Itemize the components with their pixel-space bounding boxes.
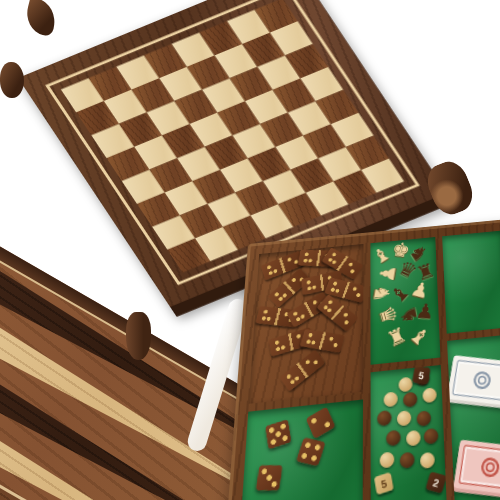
square-h5 bbox=[300, 67, 343, 101]
square-e2 bbox=[263, 170, 306, 204]
square-a2 bbox=[152, 215, 195, 249]
square-b1 bbox=[195, 227, 238, 261]
square-c6 bbox=[147, 101, 190, 135]
checker bbox=[380, 451, 395, 468]
square-c4 bbox=[177, 147, 220, 181]
storage-drawer: ♝♚♞♟♛♜♞♝♟♛♞♟♜♝ 55225 bbox=[222, 219, 500, 500]
square-b6 bbox=[119, 112, 162, 146]
white-deck bbox=[447, 355, 500, 406]
square-d2 bbox=[235, 181, 278, 215]
square-b2 bbox=[180, 204, 223, 238]
square-c8 bbox=[116, 55, 159, 89]
cards-compartment bbox=[447, 334, 500, 500]
number-cube: 2 bbox=[425, 471, 446, 493]
domino bbox=[279, 349, 325, 391]
die bbox=[296, 437, 326, 467]
product-photo: ♝♚♞♟♛♜♞♝♟♛♞♟♜♝ 55225 bbox=[0, 0, 500, 500]
square-b4 bbox=[149, 158, 192, 192]
die bbox=[305, 406, 335, 439]
dominoes-compartment bbox=[249, 244, 364, 404]
square-c2 bbox=[208, 193, 251, 227]
square-h1 bbox=[361, 159, 404, 193]
number-cube: 5 bbox=[412, 366, 431, 384]
chess-piece: ♝ bbox=[406, 323, 434, 351]
checker bbox=[386, 430, 401, 447]
dice-compartment bbox=[238, 400, 363, 500]
square-b5 bbox=[134, 135, 177, 169]
chess-piece: ♟ bbox=[414, 301, 435, 322]
square-f1 bbox=[306, 181, 349, 215]
square-h6 bbox=[285, 44, 328, 78]
square-e3 bbox=[248, 147, 291, 181]
square-e1 bbox=[278, 193, 321, 227]
square-d4 bbox=[205, 135, 248, 169]
square-d7 bbox=[159, 67, 202, 101]
square-a7 bbox=[76, 101, 119, 135]
die bbox=[265, 419, 292, 450]
die bbox=[255, 465, 283, 491]
square-f4 bbox=[260, 113, 303, 147]
square-b7 bbox=[104, 90, 147, 124]
square-e6 bbox=[202, 78, 245, 112]
checker bbox=[403, 392, 417, 408]
chess-piece: ♟ bbox=[408, 278, 432, 301]
square-g2 bbox=[318, 147, 361, 181]
square-b3 bbox=[165, 181, 208, 215]
checker bbox=[406, 430, 421, 447]
square-c3 bbox=[192, 170, 235, 204]
square-a8 bbox=[61, 78, 104, 112]
checker bbox=[422, 387, 437, 403]
square-d3 bbox=[220, 158, 263, 192]
square-f5 bbox=[245, 90, 288, 124]
square-a3 bbox=[137, 193, 180, 227]
square-d5 bbox=[190, 113, 233, 147]
square-a1 bbox=[167, 238, 210, 272]
square-a4 bbox=[122, 170, 165, 204]
square-h4 bbox=[316, 90, 359, 124]
domino bbox=[300, 329, 345, 353]
square-g5 bbox=[273, 78, 316, 112]
checker bbox=[397, 410, 412, 426]
square-e5 bbox=[217, 101, 260, 135]
checker bbox=[400, 452, 415, 469]
square-g1 bbox=[334, 170, 377, 204]
square-g8 bbox=[227, 10, 270, 44]
square-e7 bbox=[187, 55, 230, 89]
square-e4 bbox=[233, 124, 276, 158]
square-h3 bbox=[331, 113, 374, 147]
red-deck bbox=[453, 440, 500, 496]
square-h8 bbox=[255, 0, 298, 33]
square-a6 bbox=[91, 124, 134, 158]
square-h7 bbox=[270, 21, 313, 55]
checkers-compartment: 55225 bbox=[371, 365, 449, 500]
square-c5 bbox=[162, 124, 205, 158]
square-g3 bbox=[303, 124, 346, 158]
square-f6 bbox=[230, 67, 273, 101]
square-f2 bbox=[291, 158, 334, 192]
square-d6 bbox=[174, 90, 217, 124]
corner-post-right bbox=[422, 156, 479, 219]
checker bbox=[417, 410, 432, 426]
square-b8 bbox=[89, 67, 132, 101]
corner-post-left bbox=[0, 62, 24, 98]
chess-squares bbox=[61, 0, 404, 273]
corner-post-top bbox=[22, 0, 59, 37]
checker bbox=[398, 377, 412, 393]
square-f3 bbox=[275, 136, 318, 170]
square-f8 bbox=[199, 21, 242, 55]
square-e8 bbox=[172, 32, 215, 66]
square-g4 bbox=[288, 101, 331, 135]
square-d1 bbox=[250, 204, 293, 238]
checker bbox=[384, 391, 398, 407]
checker bbox=[420, 452, 435, 469]
chessmen-compartment: ♝♚♞♟♛♜♞♝♟♛♞♟♜♝ bbox=[370, 237, 440, 365]
number-cube: 5 bbox=[374, 472, 394, 495]
square-h2 bbox=[346, 136, 389, 170]
square-a5 bbox=[107, 147, 150, 181]
square-c7 bbox=[131, 78, 174, 112]
checker bbox=[424, 428, 439, 445]
checker bbox=[377, 410, 391, 426]
square-g6 bbox=[257, 55, 300, 89]
square-f7 bbox=[215, 44, 258, 78]
square-d8 bbox=[144, 44, 187, 78]
empty-compartment bbox=[442, 231, 500, 334]
square-g7 bbox=[242, 33, 285, 67]
